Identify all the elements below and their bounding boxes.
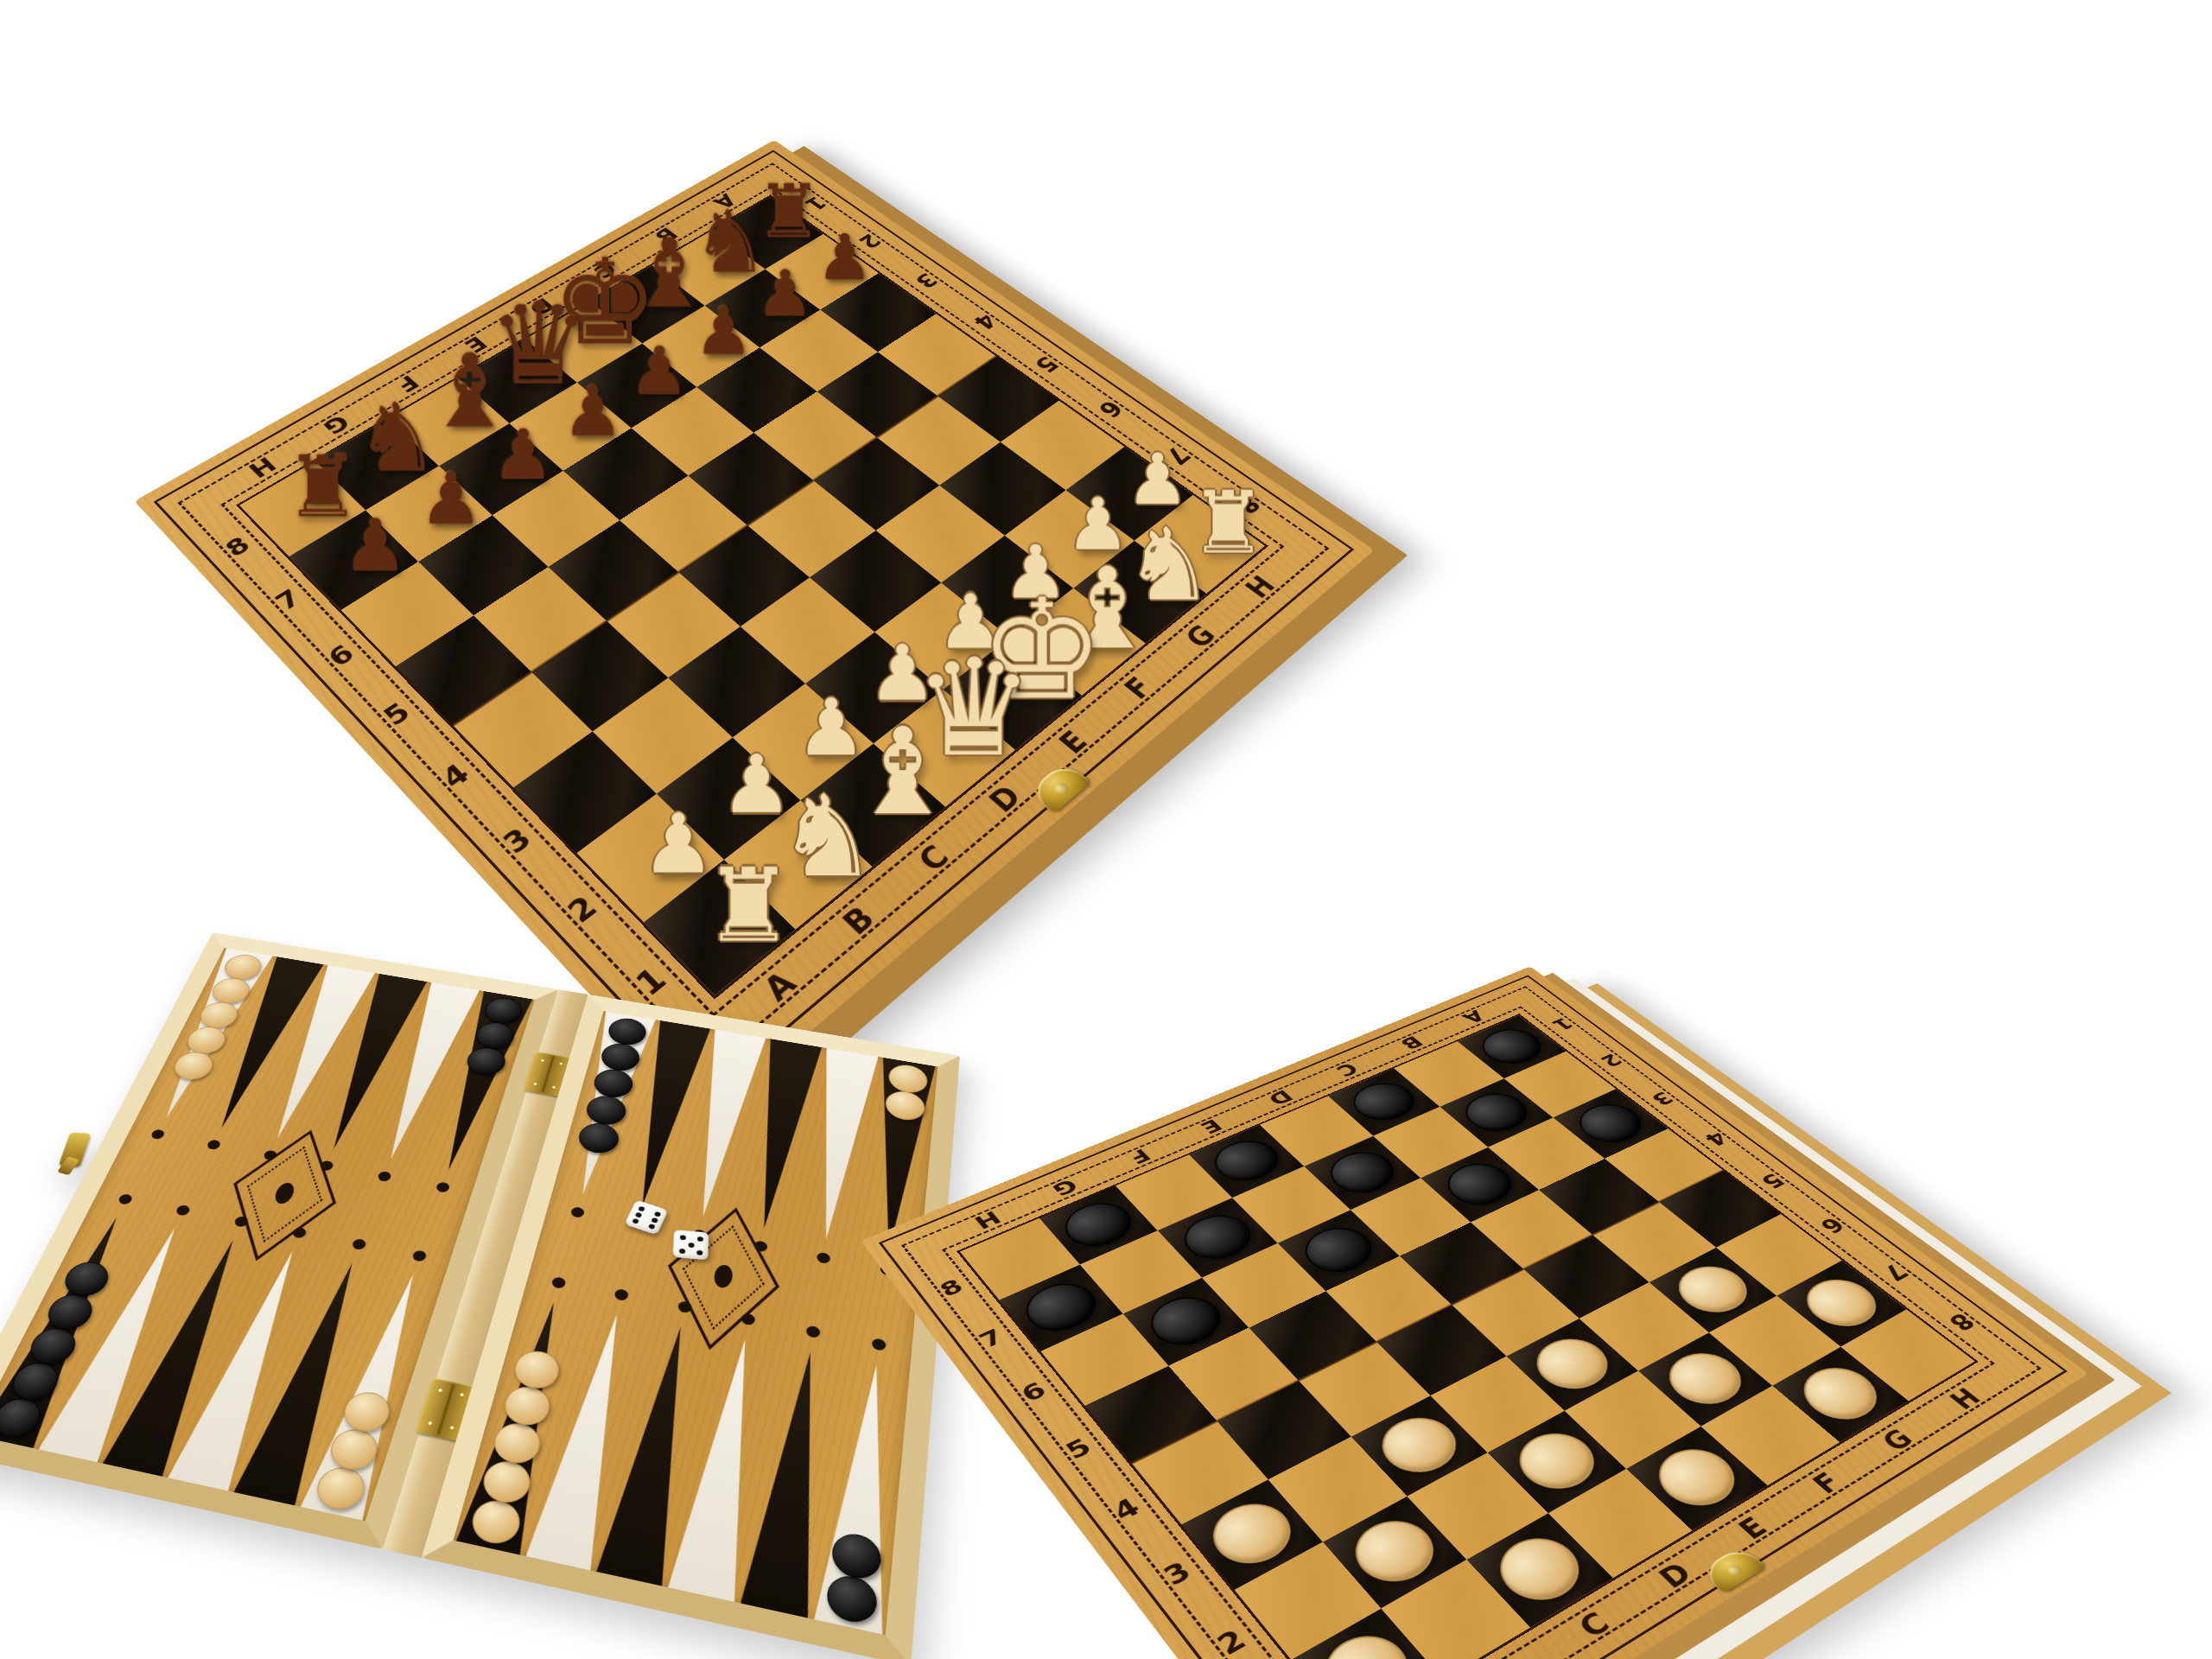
die-2-cell <box>686 1248 695 1255</box>
bg-left-top-point-dot-6 <box>435 1181 450 1193</box>
die-2-cell <box>695 1249 703 1256</box>
die-pip <box>648 1223 656 1229</box>
bg-left-top-point-dot-2 <box>206 1139 221 1150</box>
die-pip <box>696 1249 702 1255</box>
die-pip <box>679 1235 685 1240</box>
bg-left-diamond-motif <box>233 1130 336 1262</box>
chess-squares: ♜♞♝♛♚♝♞♜♟♟♟♟♟♟♟♟♟♟♟♟♟♟♟♟♜♞♝♛♚♝♞♜ <box>239 197 1264 995</box>
checkers-square-e4[interactable] <box>1452 1269 1580 1357</box>
die-2-cell <box>677 1247 687 1255</box>
bg-left-top-point-dot-5 <box>377 1171 392 1182</box>
checkers-square-e6[interactable] <box>1351 1178 1471 1255</box>
dark-pawn-a7[interactable]: ♟ <box>342 512 407 581</box>
checkers-squares <box>960 1015 1974 1659</box>
bg-left-points-bottom <box>0 1211 443 1521</box>
bg-left-bottom-point-dot-5 <box>351 1238 367 1250</box>
dark-pawn-b7[interactable]: ♟ <box>418 466 482 533</box>
backgammon-board <box>0 932 960 1659</box>
black-draught-b6[interactable] <box>1138 1288 1233 1355</box>
white-rook-a1[interactable]: ♜ <box>703 858 794 954</box>
checkers-box-clasp[interactable] <box>1700 1544 1767 1593</box>
bg-right-bottom-point-dot-5 <box>805 1325 821 1339</box>
die-pip <box>678 1249 684 1254</box>
product-photo-scene: HGFEDCBA ABCDEFGH 87654321 12345678 ♜♞♝♛… <box>0 0 2212 1659</box>
dark-pawn-d7[interactable]: ♟ <box>562 379 623 444</box>
die-pip <box>688 1243 694 1248</box>
bg-right-bottom-point-dot-2 <box>613 1288 629 1301</box>
chess-rank-label-left-8: 8 <box>201 514 275 581</box>
backgammon-die-2[interactable] <box>673 1230 709 1260</box>
die-pip <box>696 1236 702 1242</box>
bg-left-bottom-point-dot-1 <box>118 1193 134 1205</box>
bg-left-bottom-point-dot-4 <box>291 1227 308 1239</box>
bg-right-bottom-point-dot-4 <box>741 1313 756 1326</box>
dark-pawn-g7[interactable]: ♟ <box>756 264 814 325</box>
bg-right-bottom-point-dot-6 <box>871 1338 886 1351</box>
black-draught-c7[interactable] <box>1173 1207 1263 1268</box>
bg-right-top-point-dot-5 <box>817 1252 831 1265</box>
dark-pawn-e7[interactable]: ♟ <box>629 340 689 404</box>
bg-left-bottom-point-dot-2 <box>175 1205 191 1217</box>
die-1-cell <box>646 1222 658 1230</box>
bg-right-top-point-dot-1 <box>570 1206 586 1218</box>
dark-pawn-f7[interactable]: ♟ <box>694 301 753 363</box>
checkers-rank-label-left-7: 7 <box>958 1307 1025 1370</box>
bg-left-top-point-dot-1 <box>150 1128 167 1140</box>
bg-left-bottom-point-dot-6 <box>411 1249 428 1262</box>
dark-pawn-c7[interactable]: ♟ <box>492 422 554 488</box>
backgammon-clasp[interactable] <box>59 1132 92 1167</box>
checkers-rank-label-left-8: 8 <box>919 1258 983 1318</box>
bg-right-bottom-point-dot-1 <box>551 1276 567 1289</box>
checkers-board: HGFEDCBA ABCDEFGH 87654321 12345678 <box>861 966 2088 1659</box>
